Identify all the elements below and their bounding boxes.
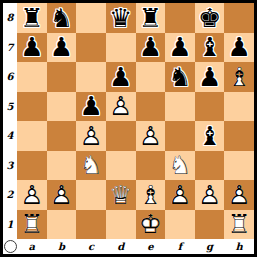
square-b1[interactable]: [47, 210, 77, 240]
square-d8[interactable]: ♛: [106, 3, 136, 33]
black-pawn-piece[interactable]: ♟: [136, 33, 166, 63]
square-g8[interactable]: ♚: [195, 3, 225, 33]
black-king-piece[interactable]: ♚: [195, 3, 225, 33]
white-rook-piece[interactable]: ♖: [17, 210, 47, 240]
square-a2[interactable]: ♟♙: [17, 180, 47, 210]
file-label-d: d: [106, 239, 136, 254]
white-to-move-indicator-icon: [4, 240, 17, 253]
square-d7[interactable]: [106, 33, 136, 63]
square-e2[interactable]: ♝♗: [136, 180, 166, 210]
black-rook-piece[interactable]: ♜: [17, 3, 47, 33]
square-d4[interactable]: [106, 121, 136, 151]
rank-label-1: 1: [3, 210, 17, 240]
white-knight-piece[interactable]: ♘: [76, 151, 106, 181]
black-knight-piece[interactable]: ♞: [47, 3, 77, 33]
square-c4[interactable]: ♟♙: [76, 121, 106, 151]
square-f6[interactable]: ♞: [165, 62, 195, 92]
white-bishop-piece[interactable]: ♝: [136, 180, 166, 210]
rank-label-5: 5: [3, 92, 17, 122]
square-f2[interactable]: ♟♙: [165, 180, 195, 210]
black-pawn-piece[interactable]: ♟: [17, 33, 47, 63]
white-pawn-piece[interactable]: ♙: [47, 180, 77, 210]
black-pawn-piece[interactable]: ♟: [195, 62, 225, 92]
square-b5[interactable]: [47, 92, 77, 122]
file-label-f: f: [165, 239, 195, 254]
black-bishop-piece[interactable]: ♝: [195, 121, 225, 151]
square-a4[interactable]: [17, 121, 47, 151]
square-h8[interactable]: [224, 3, 254, 33]
square-a8[interactable]: ♜: [17, 3, 47, 33]
square-e8[interactable]: ♜: [136, 3, 166, 33]
square-g1[interactable]: [195, 210, 225, 240]
black-pawn-piece[interactable]: ♟: [165, 33, 195, 63]
square-e3[interactable]: [136, 151, 166, 181]
black-rook-piece[interactable]: ♜: [136, 3, 166, 33]
white-rook-piece[interactable]: ♜: [17, 210, 47, 240]
square-c6[interactable]: [76, 62, 106, 92]
white-pawn-piece[interactable]: ♙: [17, 180, 47, 210]
square-f3[interactable]: ♞♘: [165, 151, 195, 181]
white-pawn-piece[interactable]: ♙: [106, 92, 136, 122]
square-a5[interactable]: [17, 92, 47, 122]
square-b6[interactable]: [47, 62, 77, 92]
rank-label-6: 6: [3, 62, 17, 92]
white-knight-piece[interactable]: ♘: [165, 151, 195, 181]
file-label-e: e: [136, 239, 166, 254]
white-pawn-piece[interactable]: ♟: [106, 92, 136, 122]
black-pawn-piece[interactable]: ♟: [106, 62, 136, 92]
square-h2[interactable]: ♟♙: [224, 180, 254, 210]
square-b4[interactable]: [47, 121, 77, 151]
white-pawn-piece[interactable]: ♟: [76, 121, 106, 151]
white-bishop-piece[interactable]: ♗: [136, 180, 166, 210]
square-c3[interactable]: ♞♘: [76, 151, 106, 181]
square-g4[interactable]: ♝: [195, 121, 225, 151]
white-king-piece[interactable]: ♔: [136, 210, 166, 240]
square-e4[interactable]: ♟♙: [136, 121, 166, 151]
square-a7[interactable]: ♟: [17, 33, 47, 63]
white-pawn-piece[interactable]: ♟: [195, 180, 225, 210]
black-queen-piece[interactable]: ♛: [106, 3, 136, 33]
white-knight-piece[interactable]: ♞: [76, 151, 106, 181]
square-d5[interactable]: ♟♙: [106, 92, 136, 122]
file-label-a: a: [17, 239, 47, 254]
white-king-piece[interactable]: ♚: [136, 210, 166, 240]
rank-label-3: 3: [3, 151, 17, 181]
square-e7[interactable]: ♟: [136, 33, 166, 63]
square-a6[interactable]: [17, 62, 47, 92]
square-g5[interactable]: [195, 92, 225, 122]
square-d3[interactable]: [106, 151, 136, 181]
square-g2[interactable]: ♟♙: [195, 180, 225, 210]
square-f1[interactable]: [165, 210, 195, 240]
black-pawn-piece[interactable]: ♟: [47, 33, 77, 63]
file-label-b: b: [47, 239, 77, 254]
square-f5[interactable]: [165, 92, 195, 122]
square-d6[interactable]: ♟: [106, 62, 136, 92]
square-h3[interactable]: [224, 151, 254, 181]
white-rook-piece[interactable]: ♜: [224, 210, 254, 240]
white-pawn-piece[interactable]: ♟: [17, 180, 47, 210]
square-d2[interactable]: ♛♕: [106, 180, 136, 210]
white-bishop-piece[interactable]: ♝: [224, 62, 254, 92]
rank-label-7: 7: [3, 33, 17, 63]
square-h6[interactable]: ♝♗: [224, 62, 254, 92]
rank-label-8: 8: [3, 3, 17, 33]
white-pawn-piece[interactable]: ♟: [165, 180, 195, 210]
square-g3[interactable]: [195, 151, 225, 181]
square-f8[interactable]: [165, 3, 195, 33]
white-pawn-piece[interactable]: ♙: [136, 121, 166, 151]
white-knight-piece[interactable]: ♞: [165, 151, 195, 181]
square-g7[interactable]: ♝: [195, 33, 225, 63]
white-pawn-piece[interactable]: ♟: [136, 121, 166, 151]
black-pawn-piece[interactable]: ♟: [76, 92, 106, 122]
rank-label-4: 4: [3, 121, 17, 151]
black-knight-piece[interactable]: ♞: [165, 62, 195, 92]
square-h4[interactable]: [224, 121, 254, 151]
board-grid: 8♜♞♛♜♚7♟♟♟♟♝♟6♟♞♟♝♗5♟♟♙4♟♙♟♙♝3♞♘♞♘2♟♙♟♙♛…: [3, 3, 254, 254]
square-b3[interactable]: [47, 151, 77, 181]
square-c5[interactable]: ♟: [76, 92, 106, 122]
square-d1[interactable]: [106, 210, 136, 240]
white-pawn-piece[interactable]: ♙: [224, 180, 254, 210]
square-c8[interactable]: [76, 3, 106, 33]
square-g6[interactable]: ♟: [195, 62, 225, 92]
square-b7[interactable]: ♟: [47, 33, 77, 63]
black-bishop-piece[interactable]: ♝: [195, 33, 225, 63]
square-c2[interactable]: [76, 180, 106, 210]
square-h1[interactable]: ♜♖: [224, 210, 254, 240]
square-a1[interactable]: ♜♖: [17, 210, 47, 240]
rank-label-2: 2: [3, 180, 17, 210]
square-h7[interactable]: ♟: [224, 33, 254, 63]
square-e6[interactable]: [136, 62, 166, 92]
square-a3[interactable]: [17, 151, 47, 181]
white-pawn-piece[interactable]: ♟: [224, 180, 254, 210]
square-c7[interactable]: [76, 33, 106, 63]
square-f4[interactable]: [165, 121, 195, 151]
file-label-h: h: [224, 239, 254, 254]
square-e1[interactable]: ♚♔: [136, 210, 166, 240]
black-pawn-piece[interactable]: ♟: [224, 33, 254, 63]
square-b2[interactable]: ♟♙: [47, 180, 77, 210]
white-pawn-piece[interactable]: ♙: [165, 180, 195, 210]
square-f7[interactable]: ♟: [165, 33, 195, 63]
white-pawn-piece[interactable]: ♙: [195, 180, 225, 210]
white-queen-piece[interactable]: ♕: [106, 180, 136, 210]
chess-diagram: 8♜♞♛♜♚7♟♟♟♟♝♟6♟♞♟♝♗5♟♟♙4♟♙♟♙♝3♞♘♞♘2♟♙♟♙♛…: [0, 0, 257, 257]
white-bishop-piece[interactable]: ♗: [224, 62, 254, 92]
white-queen-piece[interactable]: ♛: [106, 180, 136, 210]
square-c1[interactable]: [76, 210, 106, 240]
side-to-move-cell: [3, 239, 17, 254]
square-b8[interactable]: ♞: [47, 3, 77, 33]
square-h5[interactable]: [224, 92, 254, 122]
white-rook-piece[interactable]: ♖: [224, 210, 254, 240]
file-label-g: g: [195, 239, 225, 254]
white-pawn-piece[interactable]: ♙: [76, 121, 106, 151]
file-label-c: c: [76, 239, 106, 254]
white-pawn-piece[interactable]: ♟: [47, 180, 77, 210]
square-e5[interactable]: [136, 92, 166, 122]
